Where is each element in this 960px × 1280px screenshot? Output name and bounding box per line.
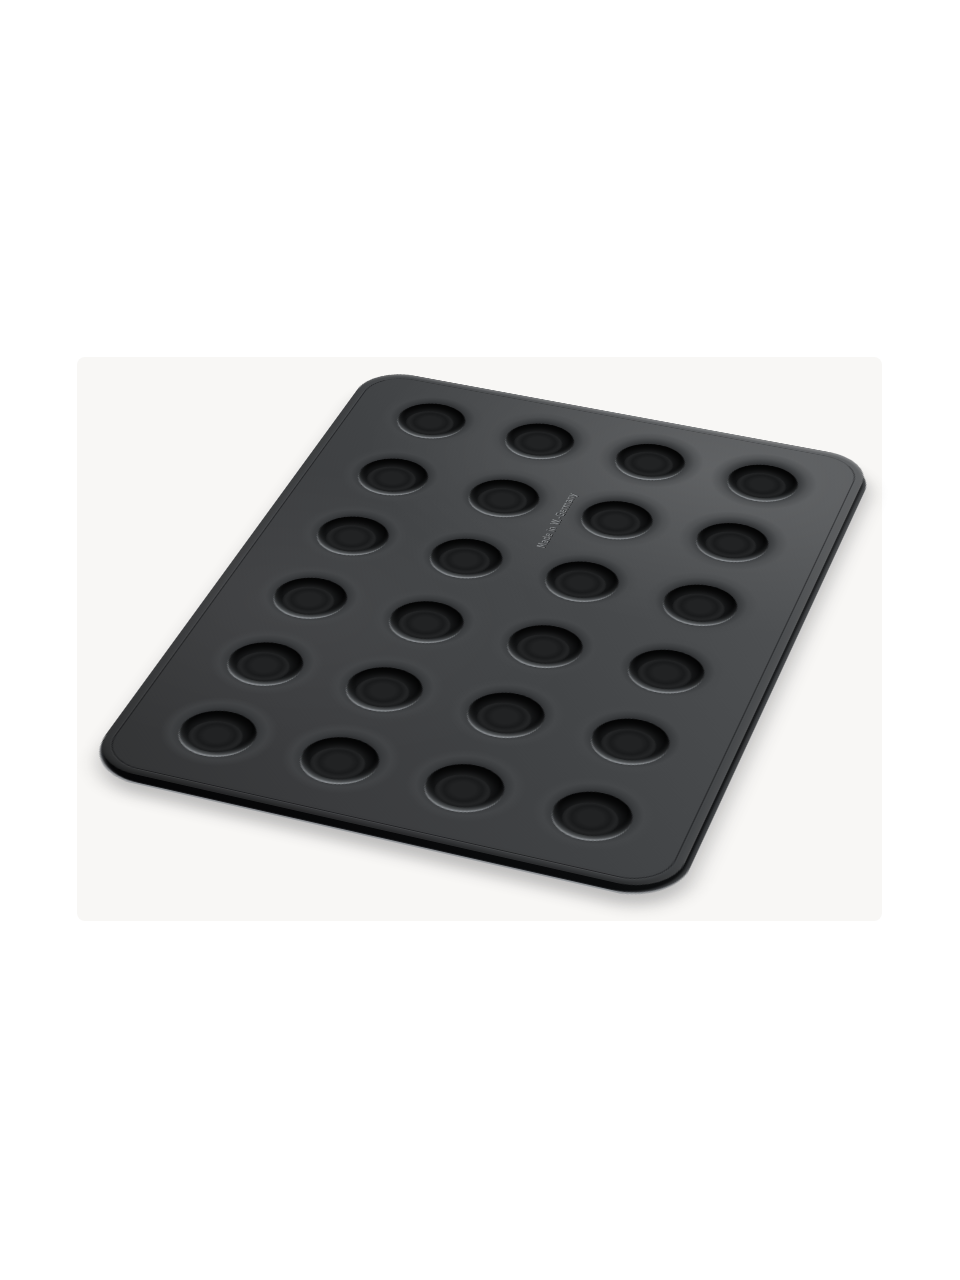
page-root: Made in W.-Germany xyxy=(0,0,960,1280)
